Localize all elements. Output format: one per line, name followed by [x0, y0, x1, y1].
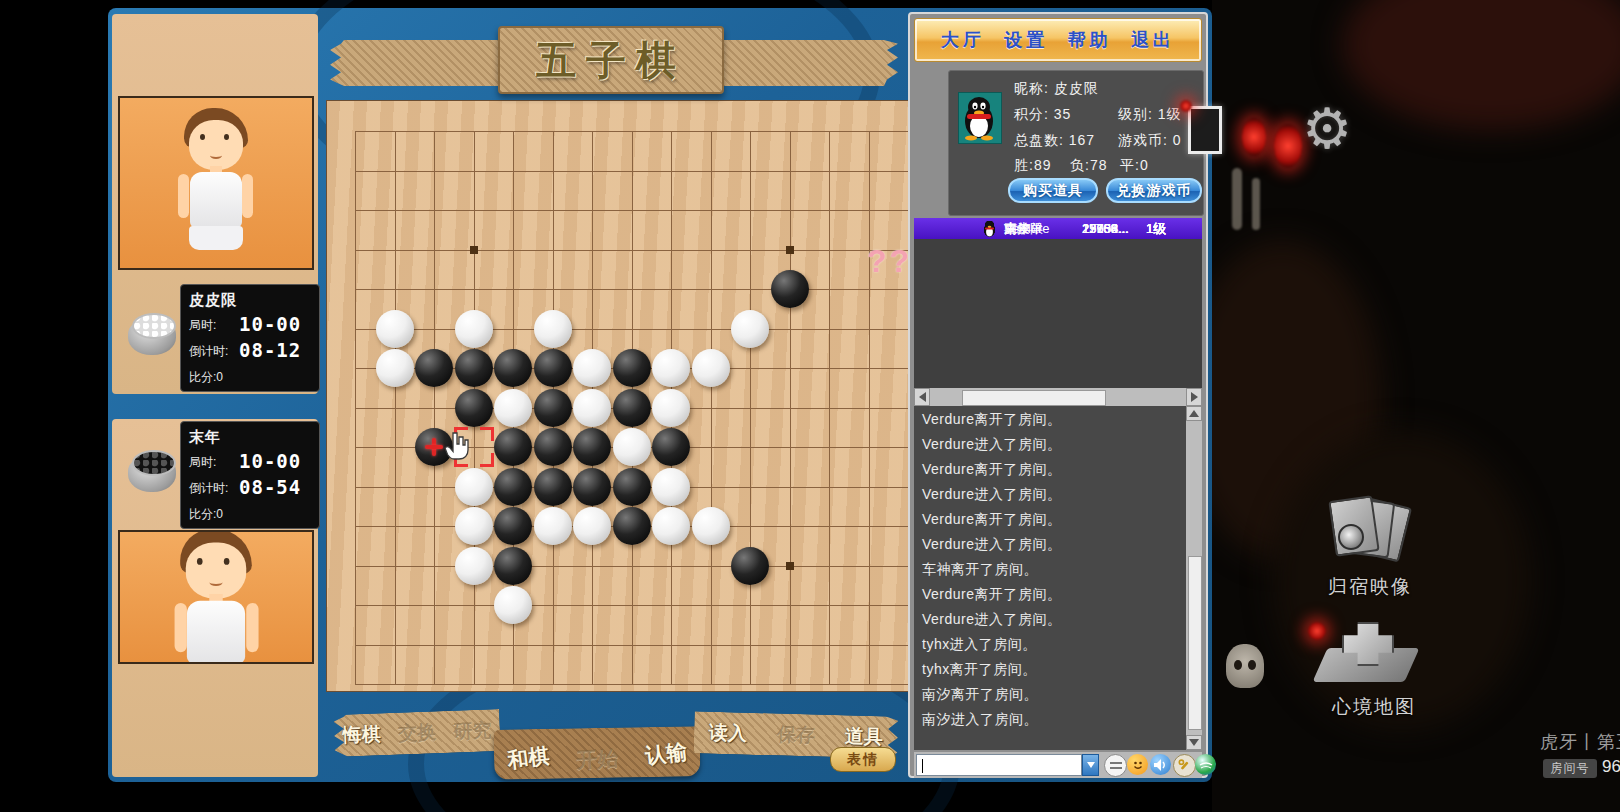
penguin-icon — [982, 220, 997, 237]
stone-white — [494, 389, 532, 427]
avatar-face — [189, 120, 243, 170]
player-info-box: 末年 局时: 10-00 倒计时: 08-54 比分:0 — [180, 421, 320, 529]
countdown-value: 08-12 — [239, 339, 301, 361]
right-arrow-icon — [1191, 392, 1198, 402]
stone-black — [455, 349, 493, 387]
chat-message: 南汐离开了房间。 — [922, 686, 1186, 706]
stone-black — [534, 349, 572, 387]
stone-black — [731, 547, 769, 585]
avatar-shorts — [189, 226, 243, 250]
browser-globe-icon[interactable] — [1195, 754, 1216, 775]
score-row: 积分: 35 — [1014, 106, 1071, 124]
player-table-row[interactable]: 南汐 27932... 1级 — [914, 218, 1202, 239]
hscroll-thumb[interactable] — [962, 390, 1106, 406]
grid-line — [829, 131, 830, 684]
star-point — [470, 246, 478, 254]
ribbon-buttons-left: 悔棋交换研究 — [333, 709, 500, 757]
stone-white — [692, 349, 730, 387]
chat-vertical-scrollbar[interactable] — [1186, 406, 1202, 750]
countdown-value: 08-54 — [239, 476, 301, 498]
scroll-down-button[interactable] — [1186, 735, 1202, 750]
nick-label: 昵称: — [1014, 80, 1049, 96]
avatar-face — [186, 542, 246, 598]
draws-value: 平:0 — [1120, 157, 1149, 175]
nick-value: 皮皮限 — [1054, 80, 1099, 96]
stone-white — [573, 389, 611, 427]
smiley-icon[interactable] — [1127, 754, 1148, 775]
screen: ⚙ 归宿映像 心境地图 虎牙丨第五 房间号 96 — [0, 0, 1620, 812]
stone-white — [534, 310, 572, 348]
qq-penguin-avatar — [958, 92, 1002, 144]
grid-line — [355, 605, 908, 606]
wrench-icon[interactable] — [1173, 754, 1196, 777]
stone-black — [573, 468, 611, 506]
stone-white — [652, 507, 690, 545]
ribbon-button[interactable]: 保存 — [777, 722, 816, 749]
score-label: 积分: — [1014, 106, 1049, 122]
grid-line — [355, 684, 908, 685]
candle-icon — [1252, 178, 1260, 230]
exchange-coins-button[interactable]: 兑换游戏币 — [1106, 178, 1202, 203]
ribbon-button[interactable]: 认输 — [643, 738, 688, 770]
player2-avatar — [118, 530, 314, 664]
grid-line — [790, 131, 791, 684]
board-grid[interactable] — [355, 131, 908, 684]
chat-message: Verdure进入了房间。 — [922, 611, 1186, 631]
menu-item[interactable]: 帮助 — [1068, 28, 1112, 52]
last-move-marker — [425, 438, 443, 456]
candle-icon — [1232, 168, 1242, 230]
ribbon-button[interactable]: 交换 — [398, 719, 437, 746]
gomoku-board[interactable]: ?? — [326, 100, 912, 692]
star-point — [786, 246, 794, 254]
stone-white — [731, 310, 769, 348]
chat-message: Verdure进入了房间。 — [922, 536, 1186, 556]
stone-white — [613, 428, 651, 466]
stone-black — [494, 349, 532, 387]
mouse-hand-cursor — [444, 432, 470, 464]
chat-message: Verdure离开了房间。 — [922, 586, 1186, 606]
stone-black — [415, 349, 453, 387]
games-row: 总盘数: 167 — [1014, 132, 1095, 150]
picture-frame-icon — [1188, 106, 1222, 154]
dark-furniture-blob — [1342, 0, 1620, 130]
gear-icon: ⚙ — [1302, 96, 1352, 161]
score-line: 比分:0 — [189, 506, 223, 523]
stone-white — [534, 507, 572, 545]
stone-white — [573, 507, 611, 545]
text-list-icon[interactable] — [1104, 754, 1127, 777]
notification-red-dot — [1180, 100, 1192, 112]
ribbon-button[interactable]: 开始 — [576, 744, 619, 774]
game-time-value: 10-00 — [239, 450, 301, 472]
ribbon-button[interactable]: 研究 — [453, 717, 492, 744]
scroll-left-button[interactable] — [914, 388, 930, 406]
desktop-icon-label-map[interactable]: 心境地图 — [1332, 694, 1416, 720]
chat-message: Verdure进入了房间。 — [922, 436, 1186, 456]
score-value: 35 — [1054, 106, 1072, 122]
stone-white — [494, 586, 532, 624]
grid-line — [355, 645, 908, 646]
emote-button[interactable]: 表情 — [830, 747, 896, 772]
player-info-box: 皮皮限 局时: 10-00 倒计时: 08-12 比分:0 — [180, 284, 320, 392]
player-name: 皮皮限 — [189, 291, 237, 310]
stone-black — [652, 428, 690, 466]
chevron-down-icon — [1087, 762, 1095, 768]
ribbon-button[interactable]: 读入 — [709, 720, 748, 747]
ribbon-buttons-center: 和棋开始认输 — [494, 726, 701, 780]
stone-black — [573, 428, 611, 466]
chat-input[interactable] — [916, 754, 1082, 776]
stone-black — [455, 389, 493, 427]
stone-white — [376, 310, 414, 348]
avatar-shirt — [187, 601, 245, 664]
chat-message: tyhx进入了房间。 — [922, 636, 1186, 656]
board-overlay-question-marks: ?? — [867, 243, 912, 280]
chat-input-row — [914, 752, 1202, 778]
stone-black — [494, 547, 532, 585]
nick-row: 昵称: 皮皮限 — [1014, 80, 1099, 98]
grid-line — [711, 131, 712, 684]
avatar-mouth — [209, 578, 222, 586]
chat-message: Verdure离开了房间。 — [922, 411, 1186, 431]
game-time-label: 局时: — [189, 317, 216, 334]
avatar-arm — [242, 174, 253, 218]
game-time-label: 局时: — [189, 454, 216, 471]
scroll-up-button[interactable] — [1186, 406, 1202, 421]
row-nickname: 南汐 — [1004, 220, 1082, 238]
up-arrow-icon — [1189, 410, 1199, 417]
coins-label: 游戏币: — [1118, 132, 1168, 148]
stone-black — [613, 349, 651, 387]
countdown-label: 倒计时: — [189, 343, 228, 360]
player-list-table: 昵称 QQ号 级别 皮皮限 11760... 1级 末年 29156... 1级 — [914, 218, 1202, 388]
chat-message: Verdure进入了房间。 — [922, 486, 1186, 506]
countdown-label: 倒计时: — [189, 480, 228, 497]
desktop-icon-album[interactable] — [1326, 498, 1412, 568]
losses-value: 负:78 — [1070, 157, 1107, 175]
vscroll-thumb[interactable] — [1188, 556, 1202, 730]
stone-black — [494, 468, 532, 506]
desktop-background — [1212, 0, 1620, 812]
stone-black — [613, 468, 651, 506]
games-value: 167 — [1069, 132, 1095, 148]
player-name: 末年 — [189, 428, 221, 447]
avatar-eye — [197, 558, 203, 565]
stone-white — [573, 349, 611, 387]
chat-horizontal-scrollbar[interactable] — [914, 388, 1202, 406]
penguin-icon — [959, 93, 999, 141]
buy-items-button[interactable]: 购买道具 — [1008, 178, 1098, 203]
ribbon-button[interactable]: 悔棋 — [342, 721, 381, 748]
stone-black — [534, 428, 572, 466]
title-ribbon-left — [330, 40, 506, 86]
stone-black — [613, 389, 651, 427]
stone-bowl — [126, 444, 178, 494]
title-ribbon-center: 五子棋 — [498, 26, 724, 94]
camera-lens-icon — [1338, 524, 1364, 550]
chat-message: 车神离开了房间。 — [922, 561, 1186, 581]
stone-black — [771, 270, 809, 308]
stone-white — [455, 507, 493, 545]
score-line: 比分:0 — [189, 369, 223, 386]
stone-white — [652, 349, 690, 387]
stone-bowl — [126, 307, 178, 357]
left-arrow-icon — [919, 392, 926, 402]
avatar-eye — [224, 134, 229, 140]
wins-value: 胜:89 — [1014, 157, 1051, 175]
stone-white — [376, 349, 414, 387]
red-claw-icon — [1274, 124, 1302, 168]
avatar-mouth — [210, 152, 222, 159]
stone-white — [455, 310, 493, 348]
stone-white — [455, 547, 493, 585]
stone-white — [455, 468, 493, 506]
stone-black — [613, 507, 651, 545]
game-title: 五子棋 — [536, 33, 686, 88]
room-number-badge: 房间号 — [1543, 759, 1597, 778]
stone-black — [534, 468, 572, 506]
stone-black — [494, 428, 532, 466]
title-ribbon-right — [714, 40, 898, 86]
speaker-icon[interactable] — [1150, 754, 1171, 775]
chat-message: tyhx离开了房间。 — [922, 661, 1186, 681]
skull-icon — [1226, 644, 1264, 688]
avatar-shirt — [190, 172, 242, 228]
menu-bar: 大厅设置帮助退出 — [914, 18, 1202, 62]
player1-avatar — [118, 96, 314, 270]
avatar-arm — [178, 174, 189, 218]
row-level: 1级 — [1146, 220, 1186, 238]
row-qq-number: 27932... — [1082, 221, 1146, 236]
ribbon-button[interactable]: 和棋 — [506, 742, 551, 775]
level-row: 级别: 1级 — [1118, 106, 1182, 124]
stone-black — [494, 507, 532, 545]
avatar-arm — [175, 603, 187, 652]
coins-value: 0 — [1173, 132, 1182, 148]
menu-item[interactable]: 大厅 — [941, 28, 985, 52]
avatar-eye — [200, 134, 205, 140]
grid-line — [869, 131, 870, 684]
grid-line — [750, 131, 751, 684]
chat-message: 南汐进入了房间。 — [922, 711, 1186, 731]
red-glow-icon — [1242, 118, 1266, 156]
desktop-icon-label-album[interactable]: 归宿映像 — [1328, 574, 1412, 600]
menu-item[interactable]: 退出 — [1131, 28, 1175, 52]
level-label: 级别: — [1118, 106, 1153, 122]
games-label: 总盘数: — [1014, 132, 1064, 148]
stone-white — [652, 389, 690, 427]
text-caret — [922, 759, 923, 773]
chat-message: Verdure离开了房间。 — [922, 511, 1186, 531]
chat-log[interactable]: Verdure离开了房间。Verdure进入了房间。Verdure离开了房间。V… — [914, 406, 1186, 750]
star-point — [786, 562, 794, 570]
game-time-value: 10-00 — [239, 313, 301, 335]
stone-black — [534, 389, 572, 427]
stone-white — [692, 507, 730, 545]
menu-item[interactable]: 设置 — [1004, 28, 1048, 52]
level-value: 1级 — [1158, 106, 1182, 122]
avatar-eye — [224, 558, 230, 565]
chat-dropdown-button[interactable] — [1082, 754, 1099, 776]
stream-watermark: 虎牙丨第五 — [1540, 730, 1620, 754]
stone-white — [652, 468, 690, 506]
grid-line — [355, 566, 908, 567]
desktop-icon-map[interactable] — [1316, 620, 1416, 688]
coins-row: 游戏币: 0 — [1118, 132, 1182, 150]
down-arrow-icon — [1189, 739, 1199, 746]
avatar-arm — [246, 603, 258, 652]
chat-message: Verdure离开了房间。 — [922, 461, 1186, 481]
room-number-value: 96 — [1602, 757, 1620, 777]
scroll-right-button[interactable] — [1186, 388, 1202, 406]
